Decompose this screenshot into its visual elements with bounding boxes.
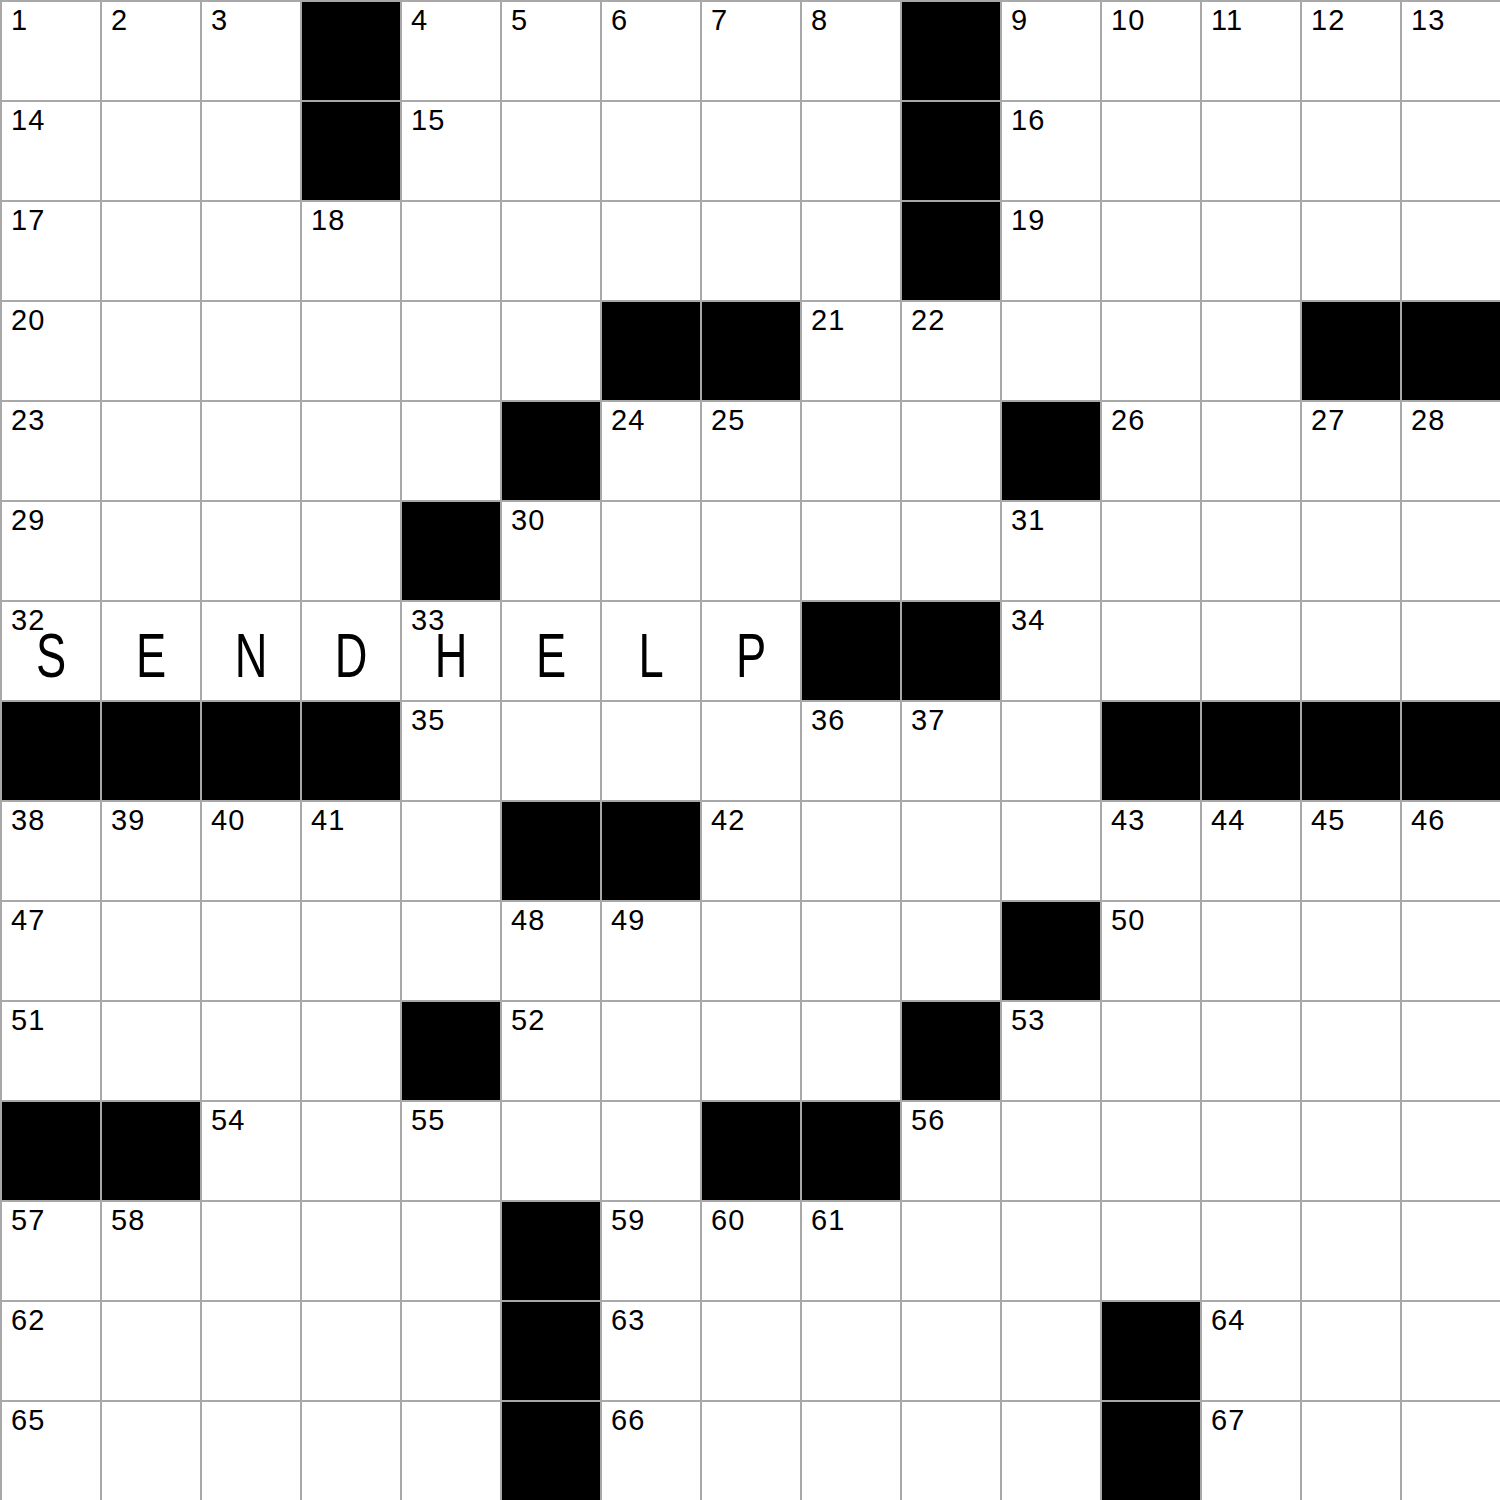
black-cell bbox=[702, 302, 802, 402]
cell[interactable]: 14 bbox=[2, 102, 102, 202]
cell[interactable] bbox=[1102, 1202, 1202, 1302]
cell[interactable] bbox=[802, 202, 902, 302]
black-cell bbox=[1402, 702, 1500, 802]
black-cell bbox=[902, 2, 1002, 102]
cell[interactable] bbox=[1102, 1102, 1202, 1202]
cell[interactable] bbox=[1202, 502, 1302, 602]
black-cell bbox=[502, 1202, 602, 1302]
cell[interactable]: 42 bbox=[702, 802, 802, 902]
cell[interactable] bbox=[1402, 102, 1500, 202]
clue-number: 42 bbox=[711, 806, 745, 835]
clue-number: 20 bbox=[11, 306, 45, 335]
cell[interactable]: 51 bbox=[2, 1002, 102, 1102]
clue-number: 17 bbox=[11, 206, 45, 235]
cell[interactable] bbox=[1002, 302, 1102, 402]
clue-number: 57 bbox=[11, 1206, 45, 1235]
clue-number: 23 bbox=[11, 406, 45, 435]
clue-number: 39 bbox=[111, 806, 145, 835]
clue-number: 10 bbox=[1111, 6, 1145, 35]
black-cell bbox=[702, 1102, 802, 1202]
cell[interactable] bbox=[802, 1002, 902, 1102]
cell[interactable] bbox=[702, 1402, 802, 1500]
cell[interactable] bbox=[802, 902, 902, 1002]
black-cell bbox=[802, 602, 902, 702]
cell[interactable]: 46 bbox=[1402, 802, 1500, 902]
clue-number: 16 bbox=[1011, 106, 1045, 135]
clue-number: 59 bbox=[611, 1206, 645, 1235]
clue-number: 24 bbox=[611, 406, 645, 435]
cell[interactable] bbox=[402, 402, 502, 502]
cell[interactable] bbox=[202, 1402, 302, 1500]
cell[interactable]: 55 bbox=[402, 1102, 502, 1202]
cell[interactable]: 27 bbox=[1302, 402, 1402, 502]
cell[interactable]: 40 bbox=[202, 802, 302, 902]
clue-number: 28 bbox=[1411, 406, 1445, 435]
black-cell bbox=[1302, 702, 1402, 802]
black-cell bbox=[302, 702, 402, 802]
cell[interactable] bbox=[1202, 402, 1302, 502]
cell[interactable] bbox=[502, 1102, 602, 1202]
cell[interactable] bbox=[1402, 902, 1500, 1002]
cell[interactable] bbox=[802, 402, 902, 502]
cell[interactable] bbox=[802, 802, 902, 902]
cell[interactable] bbox=[1402, 1002, 1500, 1102]
black-cell bbox=[502, 1402, 602, 1500]
cell[interactable]: 56 bbox=[902, 1102, 1002, 1202]
cell[interactable]: 65 bbox=[2, 1402, 102, 1500]
cell[interactable] bbox=[302, 1002, 402, 1102]
cell[interactable] bbox=[1402, 1202, 1500, 1302]
black-cell bbox=[302, 102, 402, 202]
cell[interactable] bbox=[1102, 202, 1202, 302]
cell[interactable]: 67 bbox=[1202, 1402, 1302, 1500]
clue-number: 18 bbox=[311, 206, 345, 235]
cell[interactable]: D bbox=[302, 602, 402, 702]
cell[interactable] bbox=[502, 302, 602, 402]
clue-number: 63 bbox=[611, 1306, 645, 1335]
clue-number: 54 bbox=[211, 1106, 245, 1135]
cell[interactable] bbox=[1402, 502, 1500, 602]
cell[interactable]: 33H bbox=[402, 602, 502, 702]
letter: N bbox=[235, 624, 268, 687]
cell[interactable] bbox=[402, 1202, 502, 1302]
clue-number: 37 bbox=[911, 706, 945, 735]
cell[interactable]: 50 bbox=[1102, 902, 1202, 1002]
cell[interactable]: 8 bbox=[802, 2, 902, 102]
cell[interactable] bbox=[102, 202, 202, 302]
cell[interactable] bbox=[702, 702, 802, 802]
cell[interactable] bbox=[702, 1002, 802, 1102]
letter: E bbox=[136, 624, 166, 687]
clue-number: 26 bbox=[1111, 406, 1145, 435]
clue-number: 14 bbox=[11, 106, 45, 135]
cell[interactable] bbox=[302, 502, 402, 602]
cell[interactable]: 21 bbox=[802, 302, 902, 402]
cell[interactable]: 39 bbox=[102, 802, 202, 902]
cell[interactable] bbox=[702, 902, 802, 1002]
cell[interactable] bbox=[202, 102, 302, 202]
cell[interactable] bbox=[302, 1202, 402, 1302]
cell[interactable] bbox=[202, 1002, 302, 1102]
cell[interactable] bbox=[1402, 1402, 1500, 1500]
cell[interactable] bbox=[802, 1402, 902, 1500]
cell[interactable]: 62 bbox=[2, 1302, 102, 1402]
cell[interactable] bbox=[502, 702, 602, 802]
cell[interactable]: L bbox=[602, 602, 702, 702]
cell[interactable]: 29 bbox=[2, 502, 102, 602]
cell[interactable] bbox=[102, 502, 202, 602]
cell[interactable] bbox=[602, 502, 702, 602]
clue-number: 4 bbox=[411, 6, 428, 35]
cell[interactable] bbox=[1002, 1302, 1102, 1402]
cell[interactable]: 48 bbox=[502, 902, 602, 1002]
clue-number: 6 bbox=[611, 6, 628, 35]
clue-number: 61 bbox=[811, 1206, 845, 1235]
cell[interactable] bbox=[1202, 1202, 1302, 1302]
cell[interactable]: 6 bbox=[602, 2, 702, 102]
black-cell bbox=[902, 202, 1002, 302]
cell[interactable] bbox=[202, 502, 302, 602]
black-cell bbox=[1002, 402, 1102, 502]
cell[interactable] bbox=[402, 202, 502, 302]
clue-number: 65 bbox=[11, 1406, 45, 1435]
black-cell bbox=[502, 802, 602, 902]
cell[interactable] bbox=[102, 402, 202, 502]
cell[interactable] bbox=[502, 102, 602, 202]
black-cell bbox=[2, 702, 102, 802]
cell[interactable]: 41 bbox=[302, 802, 402, 902]
cell[interactable] bbox=[402, 902, 502, 1002]
cell[interactable] bbox=[602, 1102, 702, 1202]
cell[interactable] bbox=[1302, 1202, 1402, 1302]
cell[interactable] bbox=[102, 1402, 202, 1500]
cell[interactable] bbox=[102, 302, 202, 402]
cell[interactable] bbox=[902, 902, 1002, 1002]
black-cell bbox=[102, 1102, 202, 1202]
cell[interactable] bbox=[702, 202, 802, 302]
cell[interactable] bbox=[302, 302, 402, 402]
cell[interactable]: 60 bbox=[702, 1202, 802, 1302]
clue-number: 53 bbox=[1011, 1006, 1045, 1035]
cell[interactable]: 25 bbox=[702, 402, 802, 502]
clue-number: 55 bbox=[411, 1106, 445, 1135]
cell[interactable] bbox=[302, 1302, 402, 1402]
cell[interactable] bbox=[902, 1202, 1002, 1302]
cell[interactable] bbox=[1002, 1202, 1102, 1302]
cell[interactable]: 37 bbox=[902, 702, 1002, 802]
cell[interactable]: 2 bbox=[102, 2, 202, 102]
cell[interactable] bbox=[1202, 302, 1302, 402]
cell[interactable] bbox=[1202, 1002, 1302, 1102]
cell[interactable]: 24 bbox=[602, 402, 702, 502]
letter: P bbox=[736, 624, 766, 687]
clue-number: 64 bbox=[1211, 1306, 1245, 1335]
cell[interactable] bbox=[902, 502, 1002, 602]
cell[interactable] bbox=[802, 102, 902, 202]
clue-number: 15 bbox=[411, 106, 445, 135]
cell[interactable]: 36 bbox=[802, 702, 902, 802]
cell[interactable]: 20 bbox=[2, 302, 102, 402]
cell[interactable]: 7 bbox=[702, 2, 802, 102]
black-cell bbox=[402, 1002, 502, 1102]
cell[interactable]: 4 bbox=[402, 2, 502, 102]
cell[interactable]: E bbox=[502, 602, 602, 702]
clue-number: 49 bbox=[611, 906, 645, 935]
black-cell bbox=[802, 1102, 902, 1202]
cell[interactable] bbox=[302, 1402, 402, 1500]
clue-number: 35 bbox=[411, 706, 445, 735]
clue-number: 21 bbox=[811, 306, 845, 335]
black-cell bbox=[402, 502, 502, 602]
cell[interactable] bbox=[202, 402, 302, 502]
cell[interactable]: 9 bbox=[1002, 2, 1102, 102]
cell[interactable] bbox=[1402, 1102, 1500, 1202]
cell[interactable]: 10 bbox=[1102, 2, 1202, 102]
cell[interactable]: 32S bbox=[2, 602, 102, 702]
cell[interactable] bbox=[1302, 502, 1402, 602]
cell[interactable]: 44 bbox=[1202, 802, 1302, 902]
cell[interactable] bbox=[1102, 302, 1202, 402]
black-cell bbox=[102, 702, 202, 802]
black-cell bbox=[902, 602, 1002, 702]
clue-number: 1 bbox=[11, 6, 28, 35]
cell[interactable]: 1 bbox=[2, 2, 102, 102]
cell[interactable]: 54 bbox=[202, 1102, 302, 1202]
cell[interactable] bbox=[202, 902, 302, 1002]
clue-number: 50 bbox=[1111, 906, 1145, 935]
clue-number: 44 bbox=[1211, 806, 1245, 835]
clue-number: 3 bbox=[211, 6, 228, 35]
cell[interactable]: 15 bbox=[402, 102, 502, 202]
cell[interactable] bbox=[1302, 1302, 1402, 1402]
cell[interactable]: 43 bbox=[1102, 802, 1202, 902]
cell[interactable]: 5 bbox=[502, 2, 602, 102]
cell[interactable]: 31 bbox=[1002, 502, 1102, 602]
cell[interactable]: 28 bbox=[1402, 402, 1500, 502]
clue-number: 11 bbox=[1211, 6, 1243, 35]
cell[interactable]: 59 bbox=[602, 1202, 702, 1302]
clue-number: 29 bbox=[11, 506, 45, 535]
cell[interactable]: 18 bbox=[302, 202, 402, 302]
cell[interactable]: 34 bbox=[1002, 602, 1102, 702]
black-cell bbox=[1102, 702, 1202, 802]
clue-number: 43 bbox=[1111, 806, 1145, 835]
cell[interactable] bbox=[1202, 102, 1302, 202]
cell[interactable] bbox=[202, 1202, 302, 1302]
cell[interactable] bbox=[1102, 1002, 1202, 1102]
black-cell bbox=[1302, 302, 1402, 402]
black-cell bbox=[202, 702, 302, 802]
cell[interactable] bbox=[1202, 602, 1302, 702]
clue-number: 30 bbox=[511, 506, 545, 535]
cell[interactable]: 23 bbox=[2, 402, 102, 502]
cell[interactable] bbox=[702, 502, 802, 602]
cell[interactable]: P bbox=[702, 602, 802, 702]
crossword-board: 1234567891011121314151617181920212223242… bbox=[0, 0, 1500, 1500]
cell[interactable] bbox=[102, 1002, 202, 1102]
cell[interactable]: N bbox=[202, 602, 302, 702]
letter: E bbox=[536, 624, 566, 687]
clue-number: 62 bbox=[11, 1306, 45, 1335]
cell[interactable] bbox=[702, 102, 802, 202]
cell[interactable] bbox=[1102, 602, 1202, 702]
cell[interactable]: 52 bbox=[502, 1002, 602, 1102]
clue-number: 12 bbox=[1311, 6, 1345, 35]
clue-number: 19 bbox=[1011, 206, 1045, 235]
cell[interactable]: 17 bbox=[2, 202, 102, 302]
cell[interactable] bbox=[402, 302, 502, 402]
clue-number: 34 bbox=[1011, 606, 1045, 635]
cell[interactable] bbox=[1202, 1102, 1302, 1202]
letter: H bbox=[435, 624, 468, 687]
cell[interactable]: 53 bbox=[1002, 1002, 1102, 1102]
cell[interactable]: 30 bbox=[502, 502, 602, 602]
black-cell bbox=[902, 102, 1002, 202]
cell[interactable]: 58 bbox=[102, 1202, 202, 1302]
black-cell bbox=[1102, 1302, 1202, 1402]
clue-number: 8 bbox=[811, 6, 828, 35]
clue-number: 48 bbox=[511, 906, 545, 935]
cell[interactable] bbox=[1102, 502, 1202, 602]
cell[interactable] bbox=[1302, 202, 1402, 302]
cell[interactable] bbox=[402, 1402, 502, 1500]
cell[interactable] bbox=[1002, 802, 1102, 902]
clue-number: 60 bbox=[711, 1206, 745, 1235]
clue-number: 41 bbox=[311, 806, 345, 835]
black-cell bbox=[902, 1002, 1002, 1102]
letter: S bbox=[36, 624, 66, 687]
cell[interactable] bbox=[802, 1302, 902, 1402]
cell[interactable] bbox=[902, 402, 1002, 502]
clue-number: 66 bbox=[611, 1406, 645, 1435]
cell[interactable]: 49 bbox=[602, 902, 702, 1002]
cell[interactable] bbox=[602, 102, 702, 202]
cell[interactable]: 26 bbox=[1102, 402, 1202, 502]
cell[interactable] bbox=[202, 1302, 302, 1402]
cell[interactable] bbox=[602, 702, 702, 802]
cell[interactable] bbox=[1202, 902, 1302, 1002]
cell[interactable]: 45 bbox=[1302, 802, 1402, 902]
cell[interactable]: 11 bbox=[1202, 2, 1302, 102]
cell[interactable] bbox=[802, 502, 902, 602]
cell[interactable]: 47 bbox=[2, 902, 102, 1002]
black-cell bbox=[502, 402, 602, 502]
cell[interactable] bbox=[902, 1302, 1002, 1402]
black-cell bbox=[1402, 302, 1500, 402]
cell[interactable]: 35 bbox=[402, 702, 502, 802]
cell[interactable] bbox=[502, 202, 602, 302]
clue-number: 2 bbox=[111, 6, 128, 35]
cell[interactable] bbox=[102, 1302, 202, 1402]
clue-number: 36 bbox=[811, 706, 845, 735]
black-cell bbox=[1102, 1402, 1202, 1500]
cell[interactable]: 57 bbox=[2, 1202, 102, 1302]
cell[interactable]: 13 bbox=[1402, 2, 1500, 102]
cell[interactable] bbox=[1302, 602, 1402, 702]
clue-number: 51 bbox=[11, 1006, 45, 1035]
cell[interactable]: 3 bbox=[202, 2, 302, 102]
cell[interactable]: 38 bbox=[2, 802, 102, 902]
clue-number: 46 bbox=[1411, 806, 1445, 835]
clue-number: 56 bbox=[911, 1106, 945, 1135]
cell[interactable]: 63 bbox=[602, 1302, 702, 1402]
clue-number: 5 bbox=[511, 6, 528, 35]
black-cell bbox=[602, 802, 702, 902]
cell[interactable]: E bbox=[102, 602, 202, 702]
cell[interactable] bbox=[1402, 602, 1500, 702]
cell[interactable] bbox=[1102, 102, 1202, 202]
clue-number: 31 bbox=[1011, 506, 1045, 535]
black-cell bbox=[302, 2, 402, 102]
cell[interactable]: 66 bbox=[602, 1402, 702, 1500]
clue-number: 67 bbox=[1211, 1406, 1245, 1435]
cell[interactable] bbox=[1302, 1102, 1402, 1202]
cell[interactable] bbox=[402, 1302, 502, 1402]
clue-number: 38 bbox=[11, 806, 45, 835]
clue-number: 13 bbox=[1411, 6, 1445, 35]
clue-number: 47 bbox=[11, 906, 45, 935]
black-cell bbox=[1202, 702, 1302, 802]
cell[interactable] bbox=[1002, 702, 1102, 802]
cell[interactable] bbox=[1202, 202, 1302, 302]
cell[interactable] bbox=[1302, 902, 1402, 1002]
cell[interactable] bbox=[102, 102, 202, 202]
cell[interactable]: 61 bbox=[802, 1202, 902, 1302]
clue-number: 27 bbox=[1311, 406, 1345, 435]
clue-number: 45 bbox=[1311, 806, 1345, 835]
cell[interactable] bbox=[1402, 1302, 1500, 1402]
cell[interactable]: 64 bbox=[1202, 1302, 1302, 1402]
black-cell bbox=[502, 1302, 602, 1402]
cell[interactable] bbox=[302, 1102, 402, 1202]
letter: L bbox=[638, 624, 663, 687]
cell[interactable] bbox=[1402, 202, 1500, 302]
clue-number: 22 bbox=[911, 306, 945, 335]
clue-number: 9 bbox=[1011, 6, 1028, 35]
clue-number: 7 bbox=[711, 6, 728, 35]
cell[interactable]: 12 bbox=[1302, 2, 1402, 102]
clue-number: 58 bbox=[111, 1206, 145, 1235]
cell[interactable] bbox=[202, 202, 302, 302]
cell[interactable] bbox=[1002, 1102, 1102, 1202]
cell[interactable] bbox=[602, 1002, 702, 1102]
clue-number: 25 bbox=[711, 406, 745, 435]
cell[interactable]: 22 bbox=[902, 302, 1002, 402]
cell[interactable] bbox=[902, 1402, 1002, 1500]
cell[interactable]: 16 bbox=[1002, 102, 1102, 202]
cell[interactable] bbox=[1302, 102, 1402, 202]
cell[interactable] bbox=[302, 902, 402, 1002]
cell[interactable] bbox=[1302, 1002, 1402, 1102]
black-cell bbox=[2, 1102, 102, 1202]
letter: D bbox=[335, 624, 368, 687]
clue-number: 40 bbox=[211, 806, 245, 835]
cell[interactable] bbox=[1302, 1402, 1402, 1500]
cell[interactable] bbox=[602, 202, 702, 302]
cell[interactable] bbox=[102, 902, 202, 1002]
cell[interactable] bbox=[402, 802, 502, 902]
black-cell bbox=[1002, 902, 1102, 1002]
cell[interactable] bbox=[202, 302, 302, 402]
clue-number: 52 bbox=[511, 1006, 545, 1035]
cell[interactable] bbox=[302, 402, 402, 502]
cell[interactable]: 19 bbox=[1002, 202, 1102, 302]
cell[interactable] bbox=[702, 1302, 802, 1402]
cell[interactable] bbox=[1002, 1402, 1102, 1500]
cell[interactable] bbox=[902, 802, 1002, 902]
black-cell bbox=[602, 302, 702, 402]
